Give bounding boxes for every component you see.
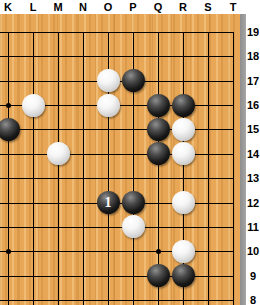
grid-hline-18 — [0, 56, 234, 57]
row-labels: 1918171615141312111098 — [246, 0, 260, 305]
stone-white-P11[interactable] — [122, 215, 145, 238]
stone-white-M14[interactable] — [47, 142, 70, 165]
stone-black-Q16[interactable] — [147, 94, 170, 117]
go-diagram: KLMNOPQRST 1 1918171615141312111098 — [0, 0, 260, 305]
row-label-18: 18 — [247, 50, 259, 62]
stone-white-R10[interactable] — [172, 240, 195, 263]
move-number-label: 1 — [105, 196, 112, 210]
star-point-K16 — [6, 103, 11, 108]
row-label-9: 9 — [250, 270, 256, 282]
go-board[interactable]: 1 — [0, 14, 240, 305]
grid-hline-13 — [0, 178, 234, 179]
row-label-16: 16 — [247, 99, 259, 111]
stone-white-R12[interactable] — [172, 191, 195, 214]
column-label-K: K — [4, 0, 12, 14]
stone-white-L16[interactable] — [22, 94, 45, 117]
grid-hline-10 — [0, 251, 234, 252]
grid-vline-T — [233, 32, 234, 305]
column-label-S: S — [204, 0, 211, 14]
row-label-13: 13 — [247, 172, 259, 184]
grid-hline-19 — [0, 32, 234, 33]
grid-vline-L — [33, 32, 34, 305]
star-point-Q10 — [156, 249, 161, 254]
stone-black-Q14[interactable] — [147, 142, 170, 165]
column-label-M: M — [53, 0, 62, 14]
row-label-11: 11 — [247, 221, 259, 233]
grid-hline-11 — [0, 227, 234, 228]
grid-vline-N — [83, 32, 84, 305]
column-labels: KLMNOPQRST — [0, 0, 260, 14]
stone-white-O16[interactable] — [97, 94, 120, 117]
stone-white-O17[interactable] — [97, 69, 120, 92]
stone-black-P12[interactable] — [122, 191, 145, 214]
grid-vline-K — [8, 32, 9, 305]
row-label-10: 10 — [247, 245, 259, 257]
stone-black-R16[interactable] — [172, 94, 195, 117]
row-label-8: 8 — [250, 294, 256, 305]
grid-vline-S — [208, 32, 209, 305]
grid-hline-8 — [0, 300, 234, 301]
star-point-K10 — [6, 249, 11, 254]
stone-black-Q9[interactable] — [147, 264, 170, 287]
column-label-N: N — [79, 0, 87, 14]
grid-hline-9 — [0, 276, 234, 277]
row-label-17: 17 — [247, 75, 259, 87]
row-label-15: 15 — [247, 123, 259, 135]
row-label-12: 12 — [247, 197, 259, 209]
row-label-14: 14 — [247, 148, 259, 160]
stone-white-R15[interactable] — [172, 118, 195, 141]
column-label-T: T — [230, 0, 237, 14]
column-label-R: R — [179, 0, 187, 14]
column-label-Q: Q — [154, 0, 163, 14]
column-label-O: O — [104, 0, 113, 14]
stone-white-R14[interactable] — [172, 142, 195, 165]
grid-hline-15 — [0, 129, 234, 130]
stone-black-Q15[interactable] — [147, 118, 170, 141]
column-label-P: P — [129, 0, 136, 14]
grid-hline-14 — [0, 154, 234, 155]
grid-vline-M — [58, 32, 59, 305]
column-label-L: L — [30, 0, 37, 14]
stone-black-O12[interactable]: 1 — [97, 191, 120, 214]
stone-black-P17[interactable] — [122, 69, 145, 92]
row-label-19: 19 — [247, 26, 259, 38]
stone-black-R9[interactable] — [172, 264, 195, 287]
stone-black-K15[interactable] — [0, 118, 20, 141]
